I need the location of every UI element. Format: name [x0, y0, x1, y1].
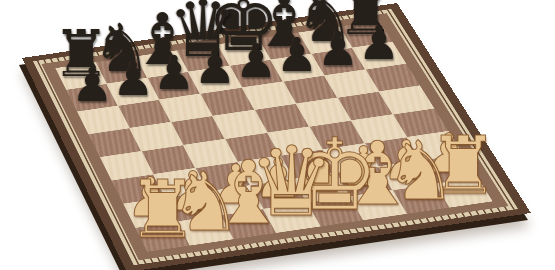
chess-set-photo: ♜♞♝♛♚♝♞♜♟♟♟♟♟♟♟♟♟♟♟♟♟♟♟♟♜♞♝♛♚♝♞♜	[0, 0, 555, 270]
